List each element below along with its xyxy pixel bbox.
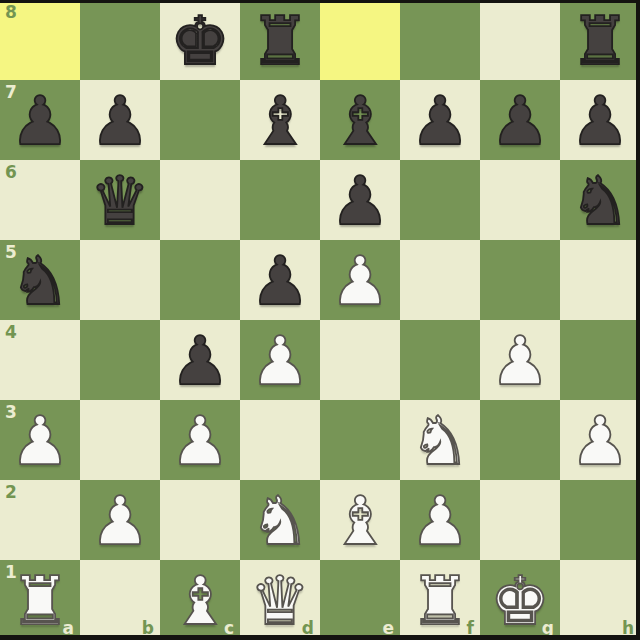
piece-white-pawn[interactable]: ♟ [320,240,400,320]
square-d5[interactable]: ♟ [240,240,320,320]
top-border [0,0,640,3]
square-b7[interactable]: ♟ [80,80,160,160]
square-b4[interactable] [80,320,160,400]
piece-black-pawn[interactable]: ♟ [160,320,240,400]
square-c7[interactable] [160,80,240,160]
square-b2[interactable]: ♟ [80,480,160,560]
rank-label-8: 8 [5,2,17,22]
square-a8[interactable]: 8 [0,0,80,80]
piece-black-bishop[interactable]: ♝ [320,80,400,160]
piece-white-queen[interactable]: ♛ [240,560,320,640]
square-f8[interactable] [400,0,480,80]
piece-black-king[interactable]: ♚ [160,0,240,80]
piece-white-pawn[interactable]: ♟ [0,400,80,480]
square-e5[interactable]: ♟ [320,240,400,320]
piece-black-knight[interactable]: ♞ [0,240,80,320]
square-e7[interactable]: ♝ [320,80,400,160]
piece-white-knight[interactable]: ♞ [400,400,480,480]
piece-black-pawn[interactable]: ♟ [320,160,400,240]
square-g7[interactable]: ♟ [480,80,560,160]
piece-black-pawn[interactable]: ♟ [240,240,320,320]
square-e3[interactable] [320,400,400,480]
square-h2[interactable] [560,480,640,560]
bottom-border [0,635,640,640]
square-a2[interactable]: 2 [0,480,80,560]
square-f3[interactable]: ♞ [400,400,480,480]
square-e8[interactable] [320,0,400,80]
square-a1[interactable]: 1a♜ [0,560,80,640]
square-d6[interactable] [240,160,320,240]
piece-white-pawn[interactable]: ♟ [160,400,240,480]
piece-black-knight[interactable]: ♞ [560,160,640,240]
square-g3[interactable] [480,400,560,480]
square-a5[interactable]: 5♞ [0,240,80,320]
square-g6[interactable] [480,160,560,240]
square-f2[interactable]: ♟ [400,480,480,560]
square-c6[interactable] [160,160,240,240]
square-a6[interactable]: 6 [0,160,80,240]
square-h7[interactable]: ♟ [560,80,640,160]
square-h8[interactable]: ♜ [560,0,640,80]
piece-black-pawn[interactable]: ♟ [80,80,160,160]
square-g2[interactable] [480,480,560,560]
square-f5[interactable] [400,240,480,320]
chess-board: 8♚♜♜7♟♟♝♝♟♟♟6♛♟♞5♞♟♟4♟♟♟3♟♟♞♟2♟♞♝♟1a♜bc♝… [0,0,640,640]
square-d3[interactable] [240,400,320,480]
square-a3[interactable]: 3♟ [0,400,80,480]
rank-label-4: 4 [5,322,17,342]
piece-white-knight[interactable]: ♞ [240,480,320,560]
rank-label-2: 2 [5,482,17,502]
square-b8[interactable] [80,0,160,80]
square-f7[interactable]: ♟ [400,80,480,160]
piece-white-pawn[interactable]: ♟ [560,400,640,480]
square-f6[interactable] [400,160,480,240]
square-g5[interactable] [480,240,560,320]
piece-black-bishop[interactable]: ♝ [240,80,320,160]
piece-white-bishop[interactable]: ♝ [160,560,240,640]
square-c1[interactable]: c♝ [160,560,240,640]
piece-white-pawn[interactable]: ♟ [480,320,560,400]
square-h1[interactable]: h [560,560,640,640]
square-b3[interactable] [80,400,160,480]
piece-black-pawn[interactable]: ♟ [480,80,560,160]
piece-white-rook[interactable]: ♜ [400,560,480,640]
square-h4[interactable] [560,320,640,400]
piece-white-king[interactable]: ♚ [480,560,560,640]
piece-white-bishop[interactable]: ♝ [320,480,400,560]
right-border [636,0,640,640]
piece-white-pawn[interactable]: ♟ [240,320,320,400]
square-b1[interactable]: b [80,560,160,640]
square-g8[interactable] [480,0,560,80]
square-d4[interactable]: ♟ [240,320,320,400]
square-f4[interactable] [400,320,480,400]
square-g4[interactable]: ♟ [480,320,560,400]
square-h3[interactable]: ♟ [560,400,640,480]
square-e1[interactable]: e [320,560,400,640]
square-c8[interactable]: ♚ [160,0,240,80]
piece-black-pawn[interactable]: ♟ [400,80,480,160]
piece-black-rook[interactable]: ♜ [240,0,320,80]
piece-white-pawn[interactable]: ♟ [80,480,160,560]
square-c5[interactable] [160,240,240,320]
piece-black-pawn[interactable]: ♟ [560,80,640,160]
square-h6[interactable]: ♞ [560,160,640,240]
piece-black-rook[interactable]: ♜ [560,0,640,80]
square-a4[interactable]: 4 [0,320,80,400]
piece-white-pawn[interactable]: ♟ [400,480,480,560]
square-a7[interactable]: 7♟ [0,80,80,160]
square-d8[interactable]: ♜ [240,0,320,80]
piece-black-queen[interactable]: ♛ [80,160,160,240]
square-d7[interactable]: ♝ [240,80,320,160]
square-h5[interactable] [560,240,640,320]
square-b6[interactable]: ♛ [80,160,160,240]
square-d1[interactable]: d♛ [240,560,320,640]
rank-label-6: 6 [5,162,17,182]
square-c2[interactable] [160,480,240,560]
square-e2[interactable]: ♝ [320,480,400,560]
square-d2[interactable]: ♞ [240,480,320,560]
square-g1[interactable]: g♚ [480,560,560,640]
square-c4[interactable]: ♟ [160,320,240,400]
square-e4[interactable] [320,320,400,400]
square-c3[interactable]: ♟ [160,400,240,480]
piece-black-pawn[interactable]: ♟ [0,80,80,160]
square-b5[interactable] [80,240,160,320]
square-e6[interactable]: ♟ [320,160,400,240]
board-frame: 8♚♜♜7♟♟♝♝♟♟♟6♛♟♞5♞♟♟4♟♟♟3♟♟♞♟2♟♞♝♟1a♜bc♝… [0,0,640,640]
square-f1[interactable]: f♜ [400,560,480,640]
piece-white-rook[interactable]: ♜ [0,560,80,640]
